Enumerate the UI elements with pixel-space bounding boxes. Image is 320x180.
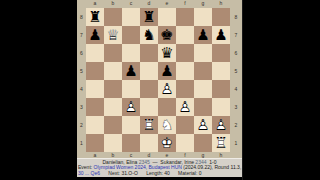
black-p-piece: ♟: [122, 62, 140, 80]
rank-label: 1: [77, 134, 86, 152]
black-p-piece: ♟: [212, 26, 230, 44]
white-p-piece: ♟♙: [158, 80, 176, 98]
board-square-g7: ♟: [194, 26, 212, 44]
board-square-c4: [122, 80, 140, 98]
board-square-g6: [194, 44, 212, 62]
board-square-d7: ♞: [140, 26, 158, 44]
board-square-b6: [104, 44, 122, 62]
file-label: b: [104, 0, 122, 8]
piece-outline: ♕: [104, 26, 122, 44]
rank-label: 7: [230, 26, 242, 44]
board-square-f1: [176, 134, 194, 152]
board-square-g5: [194, 62, 212, 80]
black-q-piece: ♛: [158, 44, 176, 62]
rank-label: 2: [77, 116, 86, 134]
file-label: c: [122, 0, 140, 8]
white-p-piece: ♟♙: [212, 116, 230, 134]
board-square-f3: ♟♙: [176, 98, 194, 116]
rank-label: 6: [77, 44, 86, 62]
board-square-b1: [104, 134, 122, 152]
board-square-c6: [122, 44, 140, 62]
board-square-h8: [212, 8, 230, 26]
rank-label: 8: [77, 8, 86, 26]
black-k-piece: ♚: [158, 26, 176, 44]
file-label: h: [212, 0, 230, 8]
board-square-h5: [212, 62, 230, 80]
chess-board: ♜♜♟♛♕♞♚♟♟♛♟♟♟♙♟♙♟♙♜♖♞♘♟♙♟♙♚♔♜♖: [86, 8, 230, 152]
board-square-a6: [86, 44, 104, 62]
board-square-f4: [176, 80, 194, 98]
board-square-a5: [86, 62, 104, 80]
white-p-piece: ♟♙: [176, 98, 194, 116]
event-label: Event:: [78, 165, 92, 170]
rank-label: 2: [230, 116, 242, 134]
white-q-piece: ♛♕: [104, 26, 122, 44]
piece-outline: ♔: [158, 134, 176, 152]
board-square-g8: [194, 8, 212, 26]
rank-label: 3: [230, 98, 242, 116]
next-label: Next:: [108, 171, 120, 176]
next-move: 31.O-O: [121, 171, 137, 176]
move-info-line: 30 ... Qe6 Next: 31.O-O Length: 40 Mater…: [77, 171, 242, 177]
event-link[interactable]: Olympiad Women 2024, Budapest HUN: [94, 165, 182, 170]
black-p-piece: ♟: [158, 62, 176, 80]
black-r-piece: ♜: [140, 8, 158, 26]
board-square-d3: [140, 98, 158, 116]
rank-label: 4: [230, 80, 242, 98]
white-r-piece: ♜♖: [212, 134, 230, 152]
file-label: e: [158, 0, 176, 8]
white-p-piece: ♟♙: [122, 98, 140, 116]
white-n-piece: ♞♘: [158, 116, 176, 134]
board-square-f5: [176, 62, 194, 80]
black-r-piece: ♜: [86, 8, 104, 26]
board-square-f8: [176, 8, 194, 26]
piece-outline: ♘: [158, 116, 176, 134]
rank-label: 1: [230, 134, 242, 152]
length-label: Length:: [146, 171, 163, 176]
white-k-piece: ♚♔: [158, 134, 176, 152]
right-black-bar: [242, 0, 320, 180]
board-square-a1: [86, 134, 104, 152]
board-square-e7: ♚: [158, 26, 176, 44]
piece-outline: ♖: [212, 134, 230, 152]
board-square-c8: [122, 8, 140, 26]
move-played: 30 ... Qe6: [78, 171, 100, 176]
white-r-piece: ♜♖: [140, 116, 158, 134]
video-thumbnail: abcdefgh 87654321 ♜♜♟♛♕♞♚♟♟♛♟♟♟♙♟♙♟♙♜♖♞♘…: [0, 0, 320, 180]
black-p-piece: ♟: [194, 26, 212, 44]
board-square-f7: [176, 26, 194, 44]
piece-outline: ♖: [140, 116, 158, 134]
board-square-g2: ♟♙: [194, 116, 212, 134]
board-square-a8: ♜: [86, 8, 104, 26]
board-frame: abcdefgh 87654321 ♜♜♟♛♕♞♚♟♟♛♟♟♟♙♟♙♟♙♜♖♞♘…: [77, 0, 242, 158]
board-square-h6: [212, 44, 230, 62]
board-square-c2: [122, 116, 140, 134]
length-value: 40: [164, 171, 170, 176]
board-square-c5: ♟: [122, 62, 140, 80]
board-square-e4: ♟♙: [158, 80, 176, 98]
board-square-a2: [86, 116, 104, 134]
file-label: f: [176, 0, 194, 8]
board-square-f6: [176, 44, 194, 62]
board-square-c3: ♟♙: [122, 98, 140, 116]
board-square-d6: [140, 44, 158, 62]
board-square-a3: [86, 98, 104, 116]
file-labels-top: abcdefgh: [77, 0, 242, 8]
piece-outline: ♙: [158, 80, 176, 98]
board-square-c7: [122, 26, 140, 44]
file-label: d: [140, 0, 158, 8]
black-n-piece: ♞: [140, 26, 158, 44]
material-value: 0: [199, 171, 202, 176]
file-label: g: [194, 0, 212, 8]
game-caption-panel: Danielian, Elina 2345 — Sukandar, Irine …: [77, 158, 242, 177]
board-square-b5: [104, 62, 122, 80]
piece-outline: ♙: [194, 116, 212, 134]
board-square-d4: [140, 80, 158, 98]
rank-label: 3: [77, 98, 86, 116]
board-square-d8: ♜: [140, 8, 158, 26]
rank-label: 6: [230, 44, 242, 62]
rank-label: 5: [77, 62, 86, 80]
board-square-d5: [140, 62, 158, 80]
white-p-piece: ♟♙: [194, 116, 212, 134]
rank-label: 7: [77, 26, 86, 44]
board-square-b3: [104, 98, 122, 116]
board-square-b7: ♛♕: [104, 26, 122, 44]
board-square-c1: [122, 134, 140, 152]
board-square-b8: [104, 8, 122, 26]
rank-label: 8: [230, 8, 242, 26]
rank-label: 4: [77, 80, 86, 98]
board-square-h3: [212, 98, 230, 116]
board-square-b4: [104, 80, 122, 98]
board-square-f2: [176, 116, 194, 134]
piece-outline: ♙: [122, 98, 140, 116]
board-square-e3: [158, 98, 176, 116]
rank-label: 5: [230, 62, 242, 80]
rank-labels-right: 87654321: [230, 8, 242, 152]
event-details: (2024.09.22), Round 11.3, E20: [183, 165, 242, 170]
board-square-e1: ♚♔: [158, 134, 176, 152]
board-square-d2: ♜♖: [140, 116, 158, 134]
board-square-d1: [140, 134, 158, 152]
board-square-h4: [212, 80, 230, 98]
piece-outline: ♙: [212, 116, 230, 134]
board-square-e6: ♛: [158, 44, 176, 62]
black-p-piece: ♟: [86, 26, 104, 44]
board-square-h2: ♟♙: [212, 116, 230, 134]
board-square-e2: ♞♘: [158, 116, 176, 134]
file-label: a: [86, 0, 104, 8]
rank-labels-left: 87654321: [77, 8, 86, 152]
board-square-g4: [194, 80, 212, 98]
left-black-bar: [0, 0, 77, 180]
chess-diagram-panel: abcdefgh 87654321 ♜♜♟♛♕♞♚♟♟♛♟♟♟♙♟♙♟♙♜♖♞♘…: [77, 0, 242, 180]
material-label: Material:: [178, 171, 197, 176]
board-square-h7: ♟: [212, 26, 230, 44]
board-square-e5: ♟: [158, 62, 176, 80]
board-square-h1: ♜♖: [212, 134, 230, 152]
piece-outline: ♙: [176, 98, 194, 116]
board-square-e8: [158, 8, 176, 26]
board-square-b2: [104, 116, 122, 134]
board-square-a7: ♟: [86, 26, 104, 44]
bottom-black-strip: [77, 177, 242, 180]
board-square-g3: [194, 98, 212, 116]
board-square-a4: [86, 80, 104, 98]
board-square-g1: [194, 134, 212, 152]
